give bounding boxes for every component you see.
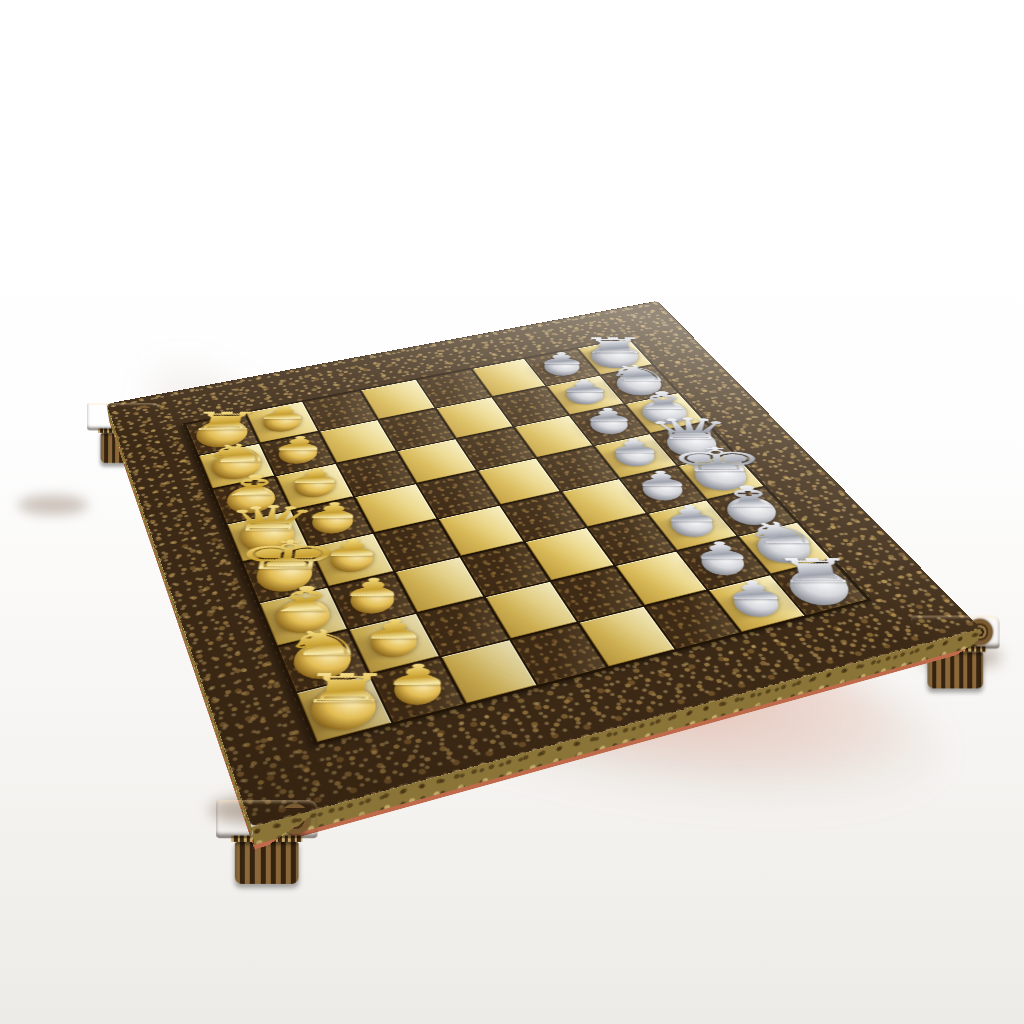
- ionic-capital-foot: [87, 403, 160, 465]
- chessboard: ♜♞♝♛♚♝♞♜♟♟♟♟♟♟♟♟♟♟♟♟♟♟♟♟♜♞♝♛♚♝♞♜: [106, 301, 980, 827]
- piece-glyph: ♜: [156, 409, 292, 433]
- foot-fluting: [235, 842, 299, 884]
- perspective-scene: ♜♞♝♛♚♝♞♜♟♟♟♟♟♟♟♟♟♟♟♟♟♟♟♟♜♞♝♛♚♝♞♜: [0, 0, 1024, 1024]
- square-h5: [580, 607, 675, 666]
- photo-backdrop: ♜♞♝♛♚♝♞♜♟♟♟♟♟♟♟♟♟♟♟♟♟♟♟♟♜♞♝♛♚♝♞♜: [0, 0, 1024, 1024]
- piece-glyph: ♝: [181, 472, 325, 499]
- piece-glyph: ♞: [168, 441, 308, 466]
- foot-capital: [87, 403, 160, 430]
- ionic-volute-icon: [133, 406, 155, 428]
